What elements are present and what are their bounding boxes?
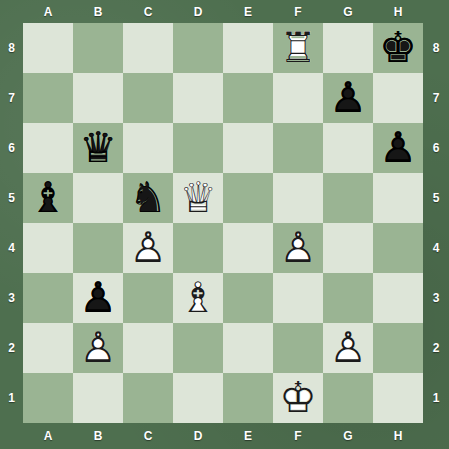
white-pawn-c4[interactable]: ♟♙ xyxy=(123,223,173,273)
black-pawn-b3[interactable]: ♟♙ xyxy=(73,273,123,323)
black-knight-c5[interactable]: ♞♘ xyxy=(123,173,173,223)
rank-label-5: 5 xyxy=(0,173,23,223)
square-h6[interactable]: ♟♙ xyxy=(373,123,423,173)
file-label-c: C xyxy=(123,423,173,449)
square-b1[interactable] xyxy=(73,373,123,423)
file-label-a: A xyxy=(23,0,73,23)
square-c7[interactable] xyxy=(123,73,173,123)
black-queen-b6[interactable]: ♛♕ xyxy=(73,123,123,173)
square-f7[interactable] xyxy=(273,73,323,123)
square-g8[interactable] xyxy=(323,23,373,73)
square-h7[interactable] xyxy=(373,73,423,123)
square-a7[interactable] xyxy=(23,73,73,123)
square-a4[interactable] xyxy=(23,223,73,273)
square-d3[interactable]: ♝♗ xyxy=(173,273,223,323)
square-e3[interactable] xyxy=(223,273,273,323)
rank-label-4: 4 xyxy=(423,223,449,273)
square-c6[interactable] xyxy=(123,123,173,173)
square-b6[interactable]: ♛♕ xyxy=(73,123,123,173)
white-pawn-f4[interactable]: ♟♙ xyxy=(273,223,323,273)
square-f1[interactable]: ♚♔ xyxy=(273,373,323,423)
square-c2[interactable] xyxy=(123,323,173,373)
square-g4[interactable] xyxy=(323,223,373,273)
square-g2[interactable]: ♟♙ xyxy=(323,323,373,373)
file-label-c: C xyxy=(123,0,173,23)
rank-label-3: 3 xyxy=(0,273,23,323)
rank-label-2: 2 xyxy=(423,323,449,373)
square-e1[interactable] xyxy=(223,373,273,423)
square-d1[interactable] xyxy=(173,373,223,423)
rank-labels-right: 87654321 xyxy=(423,23,449,423)
rank-label-4: 4 xyxy=(0,223,23,273)
square-g1[interactable] xyxy=(323,373,373,423)
square-f4[interactable]: ♟♙ xyxy=(273,223,323,273)
square-f2[interactable] xyxy=(273,323,323,373)
square-a5[interactable]: ♝♗ xyxy=(23,173,73,223)
square-b5[interactable] xyxy=(73,173,123,223)
file-label-h: H xyxy=(373,423,423,449)
white-king-f1[interactable]: ♚♔ xyxy=(273,373,323,423)
file-label-g: G xyxy=(323,0,373,23)
square-d7[interactable] xyxy=(173,73,223,123)
square-e8[interactable] xyxy=(223,23,273,73)
white-queen-d5[interactable]: ♛♕ xyxy=(173,173,223,223)
square-c1[interactable] xyxy=(123,373,173,423)
square-a1[interactable] xyxy=(23,373,73,423)
square-f8[interactable]: ♜♖ xyxy=(273,23,323,73)
board-grid: ♜♖♚♔♟♙♛♕♟♙♝♗♞♘♛♕♟♙♟♙♟♙♝♗♟♙♟♙♚♔ xyxy=(23,23,423,423)
square-c4[interactable]: ♟♙ xyxy=(123,223,173,273)
square-d2[interactable] xyxy=(173,323,223,373)
file-label-d: D xyxy=(173,423,223,449)
square-b2[interactable]: ♟♙ xyxy=(73,323,123,373)
square-g3[interactable] xyxy=(323,273,373,323)
square-a8[interactable] xyxy=(23,23,73,73)
file-labels-top: ABCDEFGH xyxy=(23,0,423,23)
square-a2[interactable] xyxy=(23,323,73,373)
square-f6[interactable] xyxy=(273,123,323,173)
square-e6[interactable] xyxy=(223,123,273,173)
square-h1[interactable] xyxy=(373,373,423,423)
file-label-a: A xyxy=(23,423,73,449)
square-c8[interactable] xyxy=(123,23,173,73)
square-d8[interactable] xyxy=(173,23,223,73)
rank-label-7: 7 xyxy=(423,73,449,123)
file-label-e: E xyxy=(223,0,273,23)
rank-label-1: 1 xyxy=(423,373,449,423)
file-label-f: F xyxy=(273,0,323,23)
square-b3[interactable]: ♟♙ xyxy=(73,273,123,323)
rank-label-6: 6 xyxy=(423,123,449,173)
square-e4[interactable] xyxy=(223,223,273,273)
square-h5[interactable] xyxy=(373,173,423,223)
square-c5[interactable]: ♞♘ xyxy=(123,173,173,223)
square-e5[interactable] xyxy=(223,173,273,223)
black-pawn-g7[interactable]: ♟♙ xyxy=(323,73,373,123)
black-pawn-h6[interactable]: ♟♙ xyxy=(373,123,423,173)
rank-label-6: 6 xyxy=(0,123,23,173)
rank-labels-left: 87654321 xyxy=(0,23,23,423)
square-a3[interactable] xyxy=(23,273,73,323)
black-king-h8[interactable]: ♚♔ xyxy=(373,23,423,73)
square-b7[interactable] xyxy=(73,73,123,123)
chess-board-frame: ABCDEFGH ABCDEFGH 87654321 87654321 ♜♖♚♔… xyxy=(0,0,449,449)
square-b4[interactable] xyxy=(73,223,123,273)
square-d5[interactable]: ♛♕ xyxy=(173,173,223,223)
rank-label-3: 3 xyxy=(423,273,449,323)
rank-label-5: 5 xyxy=(423,173,449,223)
white-bishop-d3[interactable]: ♝♗ xyxy=(173,273,223,323)
white-pawn-g2[interactable]: ♟♙ xyxy=(323,323,373,373)
rank-label-7: 7 xyxy=(0,73,23,123)
file-label-d: D xyxy=(173,0,223,23)
rank-label-1: 1 xyxy=(0,373,23,423)
file-label-g: G xyxy=(323,423,373,449)
square-e2[interactable] xyxy=(223,323,273,373)
file-label-b: B xyxy=(73,423,123,449)
black-bishop-a5[interactable]: ♝♗ xyxy=(23,173,73,223)
file-label-b: B xyxy=(73,0,123,23)
square-g6[interactable] xyxy=(323,123,373,173)
rank-label-2: 2 xyxy=(0,323,23,373)
rank-label-8: 8 xyxy=(423,23,449,73)
square-h2[interactable] xyxy=(373,323,423,373)
rank-label-8: 8 xyxy=(0,23,23,73)
square-e7[interactable] xyxy=(223,73,273,123)
square-h4[interactable] xyxy=(373,223,423,273)
square-c3[interactable] xyxy=(123,273,173,323)
square-g7[interactable]: ♟♙ xyxy=(323,73,373,123)
square-g5[interactable] xyxy=(323,173,373,223)
file-label-h: H xyxy=(373,0,423,23)
file-label-e: E xyxy=(223,423,273,449)
square-d6[interactable] xyxy=(173,123,223,173)
square-d4[interactable] xyxy=(173,223,223,273)
file-label-f: F xyxy=(273,423,323,449)
square-a6[interactable] xyxy=(23,123,73,173)
square-h8[interactable]: ♚♔ xyxy=(373,23,423,73)
square-f5[interactable] xyxy=(273,173,323,223)
square-h3[interactable] xyxy=(373,273,423,323)
white-pawn-b2[interactable]: ♟♙ xyxy=(73,323,123,373)
square-b8[interactable] xyxy=(73,23,123,73)
white-rook-f8[interactable]: ♜♖ xyxy=(273,23,323,73)
file-labels-bottom: ABCDEFGH xyxy=(23,423,423,449)
square-f3[interactable] xyxy=(273,273,323,323)
